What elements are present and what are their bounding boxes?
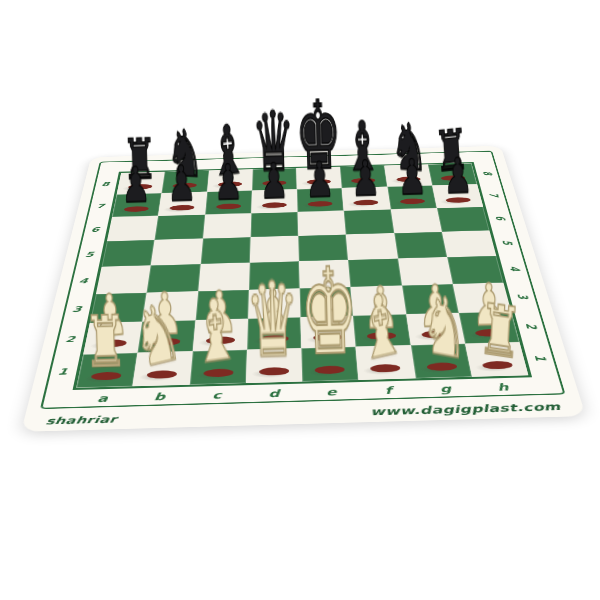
piece-white-knight-b1[interactable]: ♞	[125, 289, 190, 381]
square-d7[interactable]: ♟	[251, 189, 297, 213]
square-c5[interactable]	[200, 237, 250, 264]
square-e7[interactable]: ♟	[297, 188, 344, 212]
product-photo-stage: ♜♞♝♛♚♝♞♜♟♟♟♟♟♟♟♟♟♟♟♟♟♟♟♟♜♞♝♛♚♝♞♜ abcdefg…	[0, 0, 600, 600]
piece-white-knight-g1[interactable]: ♞	[414, 283, 475, 373]
square-c1[interactable]: ♝	[189, 350, 247, 385]
square-a6[interactable]	[107, 216, 158, 241]
piece-black-pawn-e7[interactable]: ♟	[296, 155, 343, 205]
square-g5[interactable]	[394, 232, 447, 259]
rank-label-right-8: 8	[465, 168, 510, 179]
square-e6[interactable]	[298, 211, 346, 236]
perspective-scene: ♜♞♝♛♚♝♞♜♟♟♟♟♟♟♟♟♟♟♟♟♟♟♟♟♜♞♝♛♚♝♞♜ abcdefg…	[55, 22, 543, 510]
square-b5[interactable]	[151, 238, 203, 265]
piece-white-bishop-f1[interactable]: ♝	[350, 279, 414, 376]
square-f7[interactable]: ♟	[342, 187, 390, 211]
piece-white-rook-h1[interactable]: ♜	[470, 292, 530, 370]
square-b1[interactable]: ♞	[133, 351, 193, 386]
rank-label-right-7: 7	[471, 189, 518, 201]
piece-white-queen-d1[interactable]: ♛	[243, 268, 302, 373]
square-a7[interactable]: ♟	[112, 193, 162, 217]
square-h1[interactable]: ♜	[465, 342, 528, 377]
square-g6[interactable]	[390, 208, 441, 233]
square-d6[interactable]	[250, 212, 298, 237]
chess-mat: ♜♞♝♛♚♝♞♜♟♟♟♟♟♟♟♟♟♟♟♟♟♟♟♟♜♞♝♛♚♝♞♜ abcdefg…	[21, 146, 586, 432]
piece-white-bishop-c1[interactable]: ♝	[184, 285, 246, 377]
brand-text-shahriar: shahriar	[45, 414, 118, 427]
square-f1[interactable]: ♝	[356, 345, 415, 380]
piece-black-pawn-c7[interactable]: ♟	[204, 157, 251, 207]
rank-label-right-5: 5	[483, 236, 533, 249]
square-d1[interactable]: ♛	[246, 348, 303, 383]
piece-black-pawn-b7[interactable]: ♟	[158, 159, 205, 209]
square-e1[interactable]: ♚	[301, 347, 358, 382]
square-c6[interactable]	[203, 213, 252, 238]
camera-rotation-wrap: ♜♞♝♛♚♝♞♜♟♟♟♟♟♟♟♟♟♟♟♟♟♟♟♟♜♞♝♛♚♝♞♜ abcdefg…	[0, 0, 600, 600]
square-b7[interactable]: ♟	[158, 192, 206, 216]
square-b6[interactable]	[155, 214, 205, 239]
square-c7[interactable]: ♟	[205, 191, 252, 215]
rank-label-right-6: 6	[477, 212, 525, 225]
square-a5[interactable]	[102, 240, 155, 267]
square-g1[interactable]: ♞	[410, 344, 471, 379]
piece-black-pawn-d7[interactable]: ♟	[250, 156, 297, 206]
square-a1[interactable]: ♜	[76, 353, 138, 388]
piece-black-pawn-g7[interactable]: ♟	[388, 152, 435, 202]
piece-black-pawn-f7[interactable]: ♟	[342, 154, 389, 204]
piece-white-king-e1[interactable]: ♚	[299, 251, 358, 371]
piece-black-pawn-a7[interactable]: ♟	[112, 160, 159, 210]
square-g7[interactable]: ♟	[387, 186, 437, 210]
square-f6[interactable]	[344, 209, 394, 234]
board-grid: ♜♞♝♛♚♝♞♜♟♟♟♟♟♟♟♟♟♟♟♟♟♟♟♟♜♞♝♛♚♝♞♜	[73, 162, 532, 390]
brand-text-url: www.dagigplast.com	[370, 401, 562, 418]
